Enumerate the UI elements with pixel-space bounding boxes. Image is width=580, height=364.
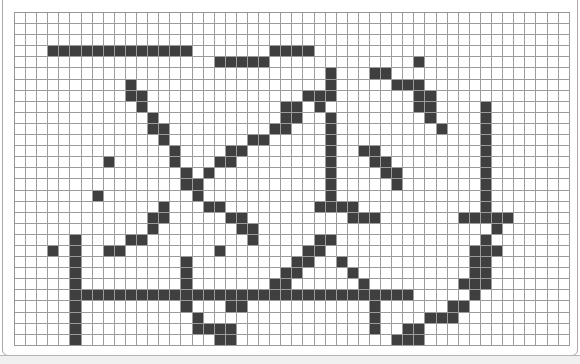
grid-cell[interactable] — [448, 191, 459, 202]
grid-cell[interactable] — [559, 246, 570, 257]
grid-cell-filled[interactable] — [470, 279, 481, 290]
grid-cell[interactable] — [514, 224, 525, 235]
grid-cell[interactable] — [148, 324, 159, 335]
grid-cell[interactable] — [26, 235, 37, 246]
grid-cell[interactable] — [170, 113, 181, 124]
grid-cell[interactable] — [226, 191, 237, 202]
grid-cell[interactable] — [448, 24, 459, 35]
grid-cell[interactable] — [414, 268, 425, 279]
grid-cell-filled[interactable] — [126, 290, 137, 301]
grid-cell[interactable] — [248, 268, 259, 279]
grid-cell[interactable] — [503, 313, 514, 324]
grid-cell-filled[interactable] — [70, 313, 81, 324]
grid-cell-filled[interactable] — [370, 146, 381, 157]
grid-cell[interactable] — [514, 91, 525, 102]
grid-cell[interactable] — [503, 80, 514, 91]
grid-cell[interactable] — [37, 257, 48, 268]
grid-cell[interactable] — [215, 224, 226, 235]
grid-cell[interactable] — [270, 57, 281, 68]
grid-cell-filled[interactable] — [359, 279, 370, 290]
grid-cell[interactable] — [115, 268, 126, 279]
grid-cell[interactable] — [303, 279, 314, 290]
grid-cell[interactable] — [403, 179, 414, 190]
grid-cell[interactable] — [514, 46, 525, 57]
grid-cell[interactable] — [381, 113, 392, 124]
grid-cell[interactable] — [492, 91, 503, 102]
grid-cell[interactable] — [181, 224, 192, 235]
grid-cell-filled[interactable] — [93, 191, 104, 202]
grid-cell-filled[interactable] — [148, 113, 159, 124]
grid-cell-filled[interactable] — [159, 213, 170, 224]
grid-cell[interactable] — [514, 124, 525, 135]
grid-cell[interactable] — [181, 157, 192, 168]
grid-cell[interactable] — [59, 157, 70, 168]
grid-cell[interactable] — [193, 91, 204, 102]
grid-cell[interactable] — [82, 57, 93, 68]
grid-cell[interactable] — [437, 135, 448, 146]
grid-cell[interactable] — [70, 202, 81, 213]
grid-cell-filled[interactable] — [215, 290, 226, 301]
grid-cell[interactable] — [326, 257, 337, 268]
grid-cell[interactable] — [448, 57, 459, 68]
grid-cell[interactable] — [437, 57, 448, 68]
grid-cell[interactable] — [348, 324, 359, 335]
grid-cell[interactable] — [525, 135, 536, 146]
grid-cell[interactable] — [37, 35, 48, 46]
grid-cell[interactable] — [381, 301, 392, 312]
grid-cell[interactable] — [93, 257, 104, 268]
grid-cell[interactable] — [148, 35, 159, 46]
grid-cell[interactable] — [37, 146, 48, 157]
grid-cell[interactable] — [359, 57, 370, 68]
grid-cell[interactable] — [292, 146, 303, 157]
grid-cell[interactable] — [470, 157, 481, 168]
grid-cell-filled[interactable] — [104, 290, 115, 301]
grid-cell[interactable] — [403, 191, 414, 202]
grid-cell-filled[interactable] — [326, 157, 337, 168]
grid-cell-filled[interactable] — [215, 202, 226, 213]
grid-cell[interactable] — [48, 135, 59, 146]
grid-cell[interactable] — [193, 168, 204, 179]
grid-cell[interactable] — [248, 213, 259, 224]
grid-cell[interactable] — [425, 290, 436, 301]
grid-cell[interactable] — [348, 124, 359, 135]
grid-cell[interactable] — [536, 113, 547, 124]
grid-cell[interactable] — [414, 113, 425, 124]
grid-cell[interactable] — [315, 157, 326, 168]
grid-cell[interactable] — [492, 102, 503, 113]
grid-cell[interactable] — [15, 191, 26, 202]
grid-cell[interactable] — [359, 135, 370, 146]
grid-cell[interactable] — [226, 80, 237, 91]
grid-cell[interactable] — [414, 191, 425, 202]
grid-cell[interactable] — [204, 313, 215, 324]
grid-cell[interactable] — [37, 202, 48, 213]
grid-cell[interactable] — [481, 46, 492, 57]
grid-cell[interactable] — [348, 235, 359, 246]
grid-cell[interactable] — [337, 279, 348, 290]
grid-cell-filled[interactable] — [392, 335, 403, 346]
grid-cell[interactable] — [303, 179, 314, 190]
grid-cell-filled[interactable] — [359, 290, 370, 301]
grid-cell-filled[interactable] — [459, 279, 470, 290]
grid-cell[interactable] — [492, 13, 503, 24]
grid-cell[interactable] — [425, 13, 436, 24]
grid-cell[interactable] — [215, 168, 226, 179]
grid-cell[interactable] — [359, 335, 370, 346]
grid-cell[interactable] — [137, 202, 148, 213]
grid-cell[interactable] — [503, 13, 514, 24]
grid-cell[interactable] — [370, 224, 381, 235]
grid-cell[interactable] — [381, 91, 392, 102]
grid-cell[interactable] — [126, 168, 137, 179]
grid-cell[interactable] — [492, 57, 503, 68]
grid-cell-filled[interactable] — [226, 146, 237, 157]
grid-cell[interactable] — [559, 24, 570, 35]
grid-cell[interactable] — [204, 24, 215, 35]
grid-cell[interactable] — [315, 324, 326, 335]
grid-cell[interactable] — [82, 68, 93, 79]
grid-cell[interactable] — [248, 46, 259, 57]
grid-cell[interactable] — [503, 246, 514, 257]
grid-cell[interactable] — [292, 124, 303, 135]
grid-cell[interactable] — [159, 113, 170, 124]
grid-cell[interactable] — [259, 179, 270, 190]
grid-cell[interactable] — [15, 290, 26, 301]
grid-cell[interactable] — [270, 301, 281, 312]
grid-cell[interactable] — [525, 335, 536, 346]
grid-cell[interactable] — [392, 68, 403, 79]
grid-cell[interactable] — [248, 335, 259, 346]
grid-cell[interactable] — [104, 113, 115, 124]
grid-cell[interactable] — [536, 57, 547, 68]
grid-cell[interactable] — [48, 213, 59, 224]
grid-cell[interactable] — [359, 246, 370, 257]
grid-cell[interactable] — [159, 324, 170, 335]
grid-cell[interactable] — [459, 46, 470, 57]
grid-cell[interactable] — [237, 102, 248, 113]
grid-cell-filled[interactable] — [392, 168, 403, 179]
grid-cell[interactable] — [193, 35, 204, 46]
grid-cell[interactable] — [370, 124, 381, 135]
grid-cell[interactable] — [403, 24, 414, 35]
grid-cell[interactable] — [337, 46, 348, 57]
grid-cell[interactable] — [70, 80, 81, 91]
grid-cell[interactable] — [159, 268, 170, 279]
grid-cell[interactable] — [315, 113, 326, 124]
grid-cell[interactable] — [115, 102, 126, 113]
grid-cell[interactable] — [315, 257, 326, 268]
grid-cell[interactable] — [215, 91, 226, 102]
grid-cell-filled[interactable] — [303, 257, 314, 268]
grid-cell[interactable] — [215, 179, 226, 190]
grid-cell[interactable] — [481, 301, 492, 312]
grid-cell-filled[interactable] — [170, 46, 181, 57]
grid-cell[interactable] — [15, 257, 26, 268]
grid-cell[interactable] — [359, 235, 370, 246]
grid-cell[interactable] — [315, 268, 326, 279]
grid-cell[interactable] — [536, 179, 547, 190]
grid-cell[interactable] — [26, 91, 37, 102]
grid-cell[interactable] — [15, 224, 26, 235]
grid-cell[interactable] — [437, 91, 448, 102]
grid-cell[interactable] — [15, 313, 26, 324]
grid-cell[interactable] — [259, 91, 270, 102]
grid-cell[interactable] — [148, 146, 159, 157]
grid-cell[interactable] — [459, 80, 470, 91]
grid-cell[interactable] — [326, 13, 337, 24]
grid-cell[interactable] — [181, 24, 192, 35]
grid-cell[interactable] — [270, 224, 281, 235]
grid-cell[interactable] — [70, 57, 81, 68]
grid-cell[interactable] — [193, 335, 204, 346]
grid-cell[interactable] — [536, 80, 547, 91]
grid-cell[interactable] — [481, 324, 492, 335]
grid-cell[interactable] — [503, 57, 514, 68]
grid-cell[interactable] — [459, 268, 470, 279]
grid-cell[interactable] — [348, 102, 359, 113]
grid-cell[interactable] — [470, 80, 481, 91]
grid-cell[interactable] — [559, 135, 570, 146]
grid-cell-filled[interactable] — [381, 168, 392, 179]
grid-cell[interactable] — [148, 257, 159, 268]
grid-cell[interactable] — [181, 13, 192, 24]
grid-cell[interactable] — [137, 268, 148, 279]
grid-cell[interactable] — [104, 13, 115, 24]
grid-cell-filled[interactable] — [481, 179, 492, 190]
grid-cell[interactable] — [270, 179, 281, 190]
grid-cell[interactable] — [248, 113, 259, 124]
grid-cell[interactable] — [15, 24, 26, 35]
grid-cell-filled[interactable] — [237, 213, 248, 224]
grid-cell[interactable] — [536, 313, 547, 324]
grid-cell[interactable] — [181, 313, 192, 324]
grid-cell[interactable] — [337, 102, 348, 113]
grid-cell-filled[interactable] — [148, 124, 159, 135]
grid-cell[interactable] — [93, 91, 104, 102]
grid-cell[interactable] — [281, 313, 292, 324]
grid-cell[interactable] — [403, 224, 414, 235]
grid-cell[interactable] — [392, 301, 403, 312]
grid-cell[interactable] — [303, 224, 314, 235]
grid-cell[interactable] — [193, 68, 204, 79]
grid-cell[interactable] — [59, 124, 70, 135]
grid-cell[interactable] — [414, 213, 425, 224]
grid-cell[interactable] — [326, 102, 337, 113]
grid-cell-filled[interactable] — [481, 113, 492, 124]
grid-cell[interactable] — [481, 313, 492, 324]
grid-cell[interactable] — [126, 124, 137, 135]
grid-cell[interactable] — [259, 35, 270, 46]
grid-cell-filled[interactable] — [204, 290, 215, 301]
grid-cell[interactable] — [170, 35, 181, 46]
grid-cell[interactable] — [348, 246, 359, 257]
grid-cell[interactable] — [381, 13, 392, 24]
grid-cell[interactable] — [303, 335, 314, 346]
grid-cell[interactable] — [303, 202, 314, 213]
grid-cell[interactable] — [215, 135, 226, 146]
grid-cell[interactable] — [15, 91, 26, 102]
grid-cell[interactable] — [137, 113, 148, 124]
grid-cell[interactable] — [104, 191, 115, 202]
grid-cell[interactable] — [437, 13, 448, 24]
grid-cell[interactable] — [425, 80, 436, 91]
grid-cell[interactable] — [115, 179, 126, 190]
grid-cell[interactable] — [459, 191, 470, 202]
grid-cell[interactable] — [481, 290, 492, 301]
grid-cell[interactable] — [337, 24, 348, 35]
grid-cell[interactable] — [514, 279, 525, 290]
grid-cell[interactable] — [115, 301, 126, 312]
grid-cell[interactable] — [48, 35, 59, 46]
grid-cell[interactable] — [115, 124, 126, 135]
grid-cell[interactable] — [193, 146, 204, 157]
grid-cell[interactable] — [170, 235, 181, 246]
grid-cell[interactable] — [115, 113, 126, 124]
grid-cell[interactable] — [470, 179, 481, 190]
grid-cell[interactable] — [159, 91, 170, 102]
grid-cell[interactable] — [315, 146, 326, 157]
grid-cell[interactable] — [159, 224, 170, 235]
grid-cell[interactable] — [137, 35, 148, 46]
grid-cell[interactable] — [259, 335, 270, 346]
grid-cell[interactable] — [414, 290, 425, 301]
grid-cell[interactable] — [48, 157, 59, 168]
grid-cell[interactable] — [159, 179, 170, 190]
grid-cell[interactable] — [82, 113, 93, 124]
grid-cell[interactable] — [170, 335, 181, 346]
grid-cell[interactable] — [337, 135, 348, 146]
grid-cell[interactable] — [181, 80, 192, 91]
grid-cell[interactable] — [492, 168, 503, 179]
grid-cell[interactable] — [59, 324, 70, 335]
grid-cell[interactable] — [392, 91, 403, 102]
grid-cell-filled[interactable] — [492, 213, 503, 224]
grid-cell[interactable] — [492, 179, 503, 190]
grid-cell[interactable] — [392, 13, 403, 24]
grid-cell[interactable] — [514, 324, 525, 335]
grid-cell[interactable] — [37, 268, 48, 279]
grid-cell[interactable] — [115, 213, 126, 224]
grid-cell[interactable] — [48, 24, 59, 35]
grid-cell[interactable] — [70, 191, 81, 202]
grid-cell[interactable] — [503, 268, 514, 279]
grid-cell[interactable] — [403, 46, 414, 57]
grid-cell-filled[interactable] — [126, 80, 137, 91]
grid-cell[interactable] — [237, 202, 248, 213]
grid-cell[interactable] — [82, 301, 93, 312]
grid-cell[interactable] — [82, 279, 93, 290]
grid-cell[interactable] — [481, 91, 492, 102]
grid-cell[interactable] — [59, 202, 70, 213]
grid-cell[interactable] — [348, 168, 359, 179]
grid-cell[interactable] — [281, 91, 292, 102]
grid-cell[interactable] — [292, 91, 303, 102]
grid-cell[interactable] — [381, 146, 392, 157]
grid-cell[interactable] — [104, 102, 115, 113]
grid-cell[interactable] — [492, 113, 503, 124]
grid-cell[interactable] — [392, 313, 403, 324]
grid-cell[interactable] — [248, 102, 259, 113]
grid-cell[interactable] — [359, 168, 370, 179]
grid-cell[interactable] — [525, 102, 536, 113]
grid-cell[interactable] — [448, 290, 459, 301]
grid-cell[interactable] — [15, 179, 26, 190]
grid-cell[interactable] — [381, 257, 392, 268]
grid-cell[interactable] — [204, 57, 215, 68]
grid-cell[interactable] — [381, 202, 392, 213]
grid-cell[interactable] — [492, 80, 503, 91]
grid-cell[interactable] — [226, 257, 237, 268]
grid-cell[interactable] — [403, 313, 414, 324]
grid-cell-filled[interactable] — [170, 157, 181, 168]
grid-cell[interactable] — [315, 179, 326, 190]
grid-cell[interactable] — [237, 24, 248, 35]
grid-cell[interactable] — [37, 179, 48, 190]
grid-cell[interactable] — [281, 191, 292, 202]
grid-cell[interactable] — [525, 157, 536, 168]
grid-cell[interactable] — [437, 113, 448, 124]
grid-cell[interactable] — [48, 146, 59, 157]
grid-cell[interactable] — [226, 279, 237, 290]
grid-cell[interactable] — [104, 80, 115, 91]
grid-cell[interactable] — [82, 157, 93, 168]
grid-cell[interactable] — [70, 146, 81, 157]
grid-cell[interactable] — [26, 146, 37, 157]
grid-cell[interactable] — [270, 213, 281, 224]
grid-cell[interactable] — [348, 68, 359, 79]
grid-cell[interactable] — [514, 213, 525, 224]
grid-cell[interactable] — [126, 113, 137, 124]
grid-cell[interactable] — [414, 13, 425, 24]
grid-cell[interactable] — [26, 313, 37, 324]
grid-cell[interactable] — [448, 213, 459, 224]
grid-cell[interactable] — [270, 102, 281, 113]
grid-cell-filled[interactable] — [204, 202, 215, 213]
grid-cell-filled[interactable] — [204, 168, 215, 179]
grid-cell[interactable] — [204, 13, 215, 24]
grid-cell-filled[interactable] — [326, 135, 337, 146]
grid-cell[interactable] — [170, 213, 181, 224]
grid-cell[interactable] — [259, 157, 270, 168]
grid-cell[interactable] — [503, 235, 514, 246]
grid-cell[interactable] — [337, 146, 348, 157]
grid-cell-filled[interactable] — [270, 46, 281, 57]
grid-cell[interactable] — [381, 268, 392, 279]
grid-cell[interactable] — [381, 35, 392, 46]
grid-cell[interactable] — [37, 57, 48, 68]
grid-cell[interactable] — [448, 335, 459, 346]
grid-cell[interactable] — [381, 57, 392, 68]
grid-cell[interactable] — [548, 202, 559, 213]
grid-cell[interactable] — [181, 191, 192, 202]
grid-cell[interactable] — [215, 191, 226, 202]
grid-cell-filled[interactable] — [470, 290, 481, 301]
grid-cell[interactable] — [270, 257, 281, 268]
grid-cell[interactable] — [337, 313, 348, 324]
grid-cell[interactable] — [437, 279, 448, 290]
grid-cell-filled[interactable] — [403, 80, 414, 91]
grid-cell[interactable] — [292, 301, 303, 312]
grid-cell-filled[interactable] — [248, 235, 259, 246]
grid-cell[interactable] — [93, 301, 104, 312]
grid-cell[interactable] — [536, 246, 547, 257]
grid-cell[interactable] — [26, 68, 37, 79]
grid-cell[interactable] — [170, 313, 181, 324]
grid-cell[interactable] — [93, 113, 104, 124]
grid-cell[interactable] — [70, 124, 81, 135]
grid-cell[interactable] — [403, 279, 414, 290]
